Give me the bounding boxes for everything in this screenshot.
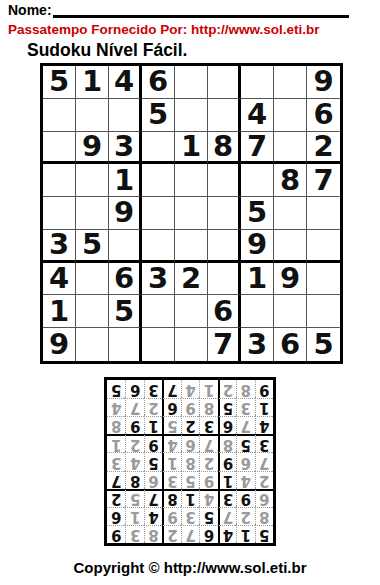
solution-cell-r3c6: 8 bbox=[162, 489, 180, 507]
puzzle-cell-r7c5: 2 bbox=[175, 263, 208, 296]
solution-cell-r7c4: 3 bbox=[199, 416, 217, 434]
puzzle-cell-r1c8 bbox=[274, 66, 307, 99]
solution-cell-r9c9: 5 bbox=[107, 380, 125, 398]
puzzle-cell-r5c3: 9 bbox=[109, 197, 142, 230]
puzzle-cell-r5c5 bbox=[175, 197, 208, 230]
solution-cell-r5c2: 6 bbox=[236, 452, 254, 470]
puzzle-cell-r3c5: 1 bbox=[175, 132, 208, 165]
puzzle-cell-r9c1: 9 bbox=[43, 328, 76, 361]
puzzle-cell-r1c2: 1 bbox=[76, 66, 109, 99]
solution-cell-r6c7: 9 bbox=[144, 434, 162, 452]
solution-cell-r2c3: 7 bbox=[218, 507, 236, 525]
puzzle-cell-r9c6: 7 bbox=[208, 328, 241, 361]
puzzle-cell-r8c8 bbox=[274, 295, 307, 328]
solution-cell-r8c4: 8 bbox=[199, 398, 217, 416]
puzzle-cell-r2c9: 6 bbox=[307, 99, 340, 132]
solution-cell-r7c3: 6 bbox=[218, 416, 236, 434]
puzzle-cell-r3c7: 7 bbox=[241, 132, 274, 165]
solution-cell-r3c5: 1 bbox=[181, 489, 199, 507]
puzzle-cell-r9c8: 6 bbox=[274, 328, 307, 361]
name-blank-line bbox=[53, 3, 349, 18]
puzzle-cell-r1c4: 6 bbox=[142, 66, 175, 99]
solution-cell-r1c9: 9 bbox=[107, 525, 125, 543]
puzzle-cell-r5c8 bbox=[274, 197, 307, 230]
puzzle-cell-r4c5 bbox=[175, 164, 208, 197]
puzzle-cell-r9c7: 3 bbox=[241, 328, 274, 361]
puzzle-cell-r4c8: 8 bbox=[274, 164, 307, 197]
puzzle-cell-r6c3 bbox=[109, 230, 142, 263]
puzzle-cell-r1c7 bbox=[241, 66, 274, 99]
solution-cell-r6c9: 1 bbox=[107, 434, 125, 452]
solution-cell-r1c3: 4 bbox=[218, 525, 236, 543]
puzzle-cell-r2c4: 5 bbox=[142, 99, 175, 132]
puzzle-cell-r5c2 bbox=[76, 197, 109, 230]
puzzle-cell-r6c7: 9 bbox=[241, 230, 274, 263]
puzzle-cell-r2c5 bbox=[175, 99, 208, 132]
puzzle-cell-r7c9 bbox=[307, 263, 340, 296]
puzzle-cell-r8c2 bbox=[76, 295, 109, 328]
puzzle-cell-r9c4 bbox=[142, 328, 175, 361]
solution-cell-r9c2: 8 bbox=[236, 380, 254, 398]
solution-cell-r4c1: 2 bbox=[255, 471, 273, 489]
puzzle-cell-r4c6 bbox=[208, 164, 241, 197]
name-field-row: Nome: bbox=[8, 2, 349, 18]
solution-cell-r2c9: 6 bbox=[107, 507, 125, 525]
puzzle-cell-r5c1 bbox=[43, 197, 76, 230]
puzzle-cell-r4c1 bbox=[43, 164, 76, 197]
solution-cell-r6c6: 4 bbox=[162, 434, 180, 452]
solution-cell-r8c1: 1 bbox=[255, 398, 273, 416]
puzzle-cell-r7c2 bbox=[76, 263, 109, 296]
solution-cell-r2c1: 8 bbox=[255, 507, 273, 525]
solution-cell-r4c3: 1 bbox=[218, 471, 236, 489]
solution-cell-r2c4: 5 bbox=[199, 507, 217, 525]
solution-cell-r2c5: 3 bbox=[181, 507, 199, 525]
solution-cell-r7c9: 8 bbox=[107, 416, 125, 434]
solution-cell-r6c4: 7 bbox=[199, 434, 217, 452]
solution-cell-r8c6: 6 bbox=[162, 398, 180, 416]
provided-by-text: Passatempo Fornecido Por: http://www.sol… bbox=[8, 22, 320, 37]
puzzle-cell-r6c2: 5 bbox=[76, 230, 109, 263]
puzzle-cell-r6c1: 3 bbox=[43, 230, 76, 263]
solution-cell-r4c7: 6 bbox=[144, 471, 162, 489]
solution-cell-r3c1: 6 bbox=[255, 489, 273, 507]
solution-cell-r8c5: 9 bbox=[181, 398, 199, 416]
puzzle-cell-r1c9: 9 bbox=[307, 66, 340, 99]
puzzle-cell-r2c7: 4 bbox=[241, 99, 274, 132]
puzzle-cell-r5c7: 5 bbox=[241, 197, 274, 230]
solution-cell-r5c1: 7 bbox=[255, 452, 273, 470]
puzzle-cell-r3c8 bbox=[274, 132, 307, 165]
puzzle-cell-r5c4 bbox=[142, 197, 175, 230]
solution-cell-r3c4: 4 bbox=[199, 489, 217, 507]
puzzle-cell-r9c9: 5 bbox=[307, 328, 340, 361]
solution-cell-r2c7: 4 bbox=[144, 507, 162, 525]
puzzle-cell-r3c9: 2 bbox=[307, 132, 340, 165]
solution-cell-r8c2: 3 bbox=[236, 398, 254, 416]
solution-cell-r1c4: 6 bbox=[199, 525, 217, 543]
solution-cell-r8c9: 4 bbox=[107, 398, 125, 416]
solution-cell-r9c7: 3 bbox=[144, 380, 162, 398]
solution-cell-r8c7: 2 bbox=[144, 398, 162, 416]
puzzle-cell-r9c5 bbox=[175, 328, 208, 361]
solution-cell-r4c6: 3 bbox=[162, 471, 180, 489]
solution-cell-r7c6: 5 bbox=[162, 416, 180, 434]
solution-cell-r1c6: 2 bbox=[162, 525, 180, 543]
puzzle-cell-r2c2 bbox=[76, 99, 109, 132]
solution-cell-r5c3: 9 bbox=[218, 452, 236, 470]
solution-cell-r5c4: 2 bbox=[199, 452, 217, 470]
puzzle-cell-r2c3 bbox=[109, 99, 142, 132]
puzzle-cell-r7c7: 1 bbox=[241, 263, 274, 296]
solution-cell-r8c8: 7 bbox=[125, 398, 143, 416]
puzzle-cell-r8c6: 6 bbox=[208, 295, 241, 328]
puzzle-cell-r4c3: 1 bbox=[109, 164, 142, 197]
solution-cell-r2c6: 9 bbox=[162, 507, 180, 525]
puzzle-cell-r2c1 bbox=[43, 99, 76, 132]
puzzle-cell-r1c5 bbox=[175, 66, 208, 99]
puzzle-cell-r4c2 bbox=[76, 164, 109, 197]
solution-cell-r5c7: 5 bbox=[144, 452, 162, 470]
solution-cell-r5c9: 3 bbox=[107, 452, 125, 470]
puzzle-cell-r7c8: 9 bbox=[274, 263, 307, 296]
puzzle-cell-r3c3: 3 bbox=[109, 132, 142, 165]
puzzle-cell-r7c3: 6 bbox=[109, 263, 142, 296]
solution-cell-r1c5: 7 bbox=[181, 525, 199, 543]
solution-cell-r1c1: 5 bbox=[255, 525, 273, 543]
solution-cell-r4c9: 7 bbox=[107, 471, 125, 489]
solution-cell-r1c7: 8 bbox=[144, 525, 162, 543]
solution-cell-r6c2: 5 bbox=[236, 434, 254, 452]
puzzle-cell-r1c1: 5 bbox=[43, 66, 76, 99]
puzzle-cell-r3c2: 9 bbox=[76, 132, 109, 165]
puzzle-cell-r5c9 bbox=[307, 197, 340, 230]
puzzle-cell-r8c3: 5 bbox=[109, 295, 142, 328]
solution-cell-r5c6: 1 bbox=[162, 452, 180, 470]
solution-cell-r3c9: 2 bbox=[107, 489, 125, 507]
puzzle-cell-r1c3: 4 bbox=[109, 66, 142, 99]
puzzle-cell-r4c4 bbox=[142, 164, 175, 197]
solution-cell-r3c7: 7 bbox=[144, 489, 162, 507]
puzzle-cell-r2c6 bbox=[208, 99, 241, 132]
solution-cell-r3c8: 5 bbox=[125, 489, 143, 507]
puzzle-cell-r8c7 bbox=[241, 295, 274, 328]
solution-cell-r7c5: 2 bbox=[181, 416, 199, 434]
puzzle-cell-r6c5 bbox=[175, 230, 208, 263]
solution-cell-r2c2: 2 bbox=[236, 507, 254, 525]
puzzle-cell-r8c1: 1 bbox=[43, 295, 76, 328]
puzzle-cell-r6c9 bbox=[307, 230, 340, 263]
puzzle-cell-r6c4 bbox=[142, 230, 175, 263]
solution-cell-r3c3: 3 bbox=[218, 489, 236, 507]
puzzle-cell-r4c7 bbox=[241, 164, 274, 197]
puzzle-cell-r9c3 bbox=[109, 328, 142, 361]
puzzle-cell-r3c4 bbox=[142, 132, 175, 165]
solution-cell-r4c4: 9 bbox=[199, 471, 217, 489]
solution-cell-r7c2: 7 bbox=[236, 416, 254, 434]
puzzle-cell-r5c6 bbox=[208, 197, 241, 230]
solution-cell-r7c8: 9 bbox=[125, 416, 143, 434]
solution-cell-r7c7: 1 bbox=[144, 416, 162, 434]
solution-cell-r9c4: 1 bbox=[199, 380, 217, 398]
copyright-text: Copyright © http://www.sol.eti.br bbox=[0, 559, 380, 576]
name-label: Nome: bbox=[8, 2, 52, 18]
solution-cell-r3c2: 9 bbox=[236, 489, 254, 507]
solution-cell-r1c2: 1 bbox=[236, 525, 254, 543]
puzzle-cell-r8c9 bbox=[307, 295, 340, 328]
solution-cell-r2c8: 1 bbox=[125, 507, 143, 525]
solution-cell-r9c6: 7 bbox=[162, 380, 180, 398]
puzzle-cell-r6c8 bbox=[274, 230, 307, 263]
solution-cell-r9c1: 9 bbox=[255, 380, 273, 398]
solution-cell-r6c3: 8 bbox=[218, 434, 236, 452]
solution-cell-r5c8: 4 bbox=[125, 452, 143, 470]
puzzle-cell-r2c8 bbox=[274, 99, 307, 132]
puzzle-grid: 514695469318721879535946321915697365 bbox=[40, 63, 343, 364]
solution-grid: 5146728398275394166934187522419536877692… bbox=[104, 377, 276, 546]
puzzle-cell-r3c1 bbox=[43, 132, 76, 165]
solution-cell-r9c8: 6 bbox=[125, 380, 143, 398]
puzzle-cell-r7c6 bbox=[208, 263, 241, 296]
solution-cell-r7c1: 4 bbox=[255, 416, 273, 434]
puzzle-cell-r3c6: 8 bbox=[208, 132, 241, 165]
solution-cell-r4c8: 8 bbox=[125, 471, 143, 489]
solution-cell-r5c5: 8 bbox=[181, 452, 199, 470]
solution-cell-r4c5: 5 bbox=[181, 471, 199, 489]
solution-cell-r6c1: 3 bbox=[255, 434, 273, 452]
solution-cell-r8c3: 5 bbox=[218, 398, 236, 416]
puzzle-cell-r6c6 bbox=[208, 230, 241, 263]
puzzle-cell-r9c2 bbox=[76, 328, 109, 361]
solution-cell-r9c5: 4 bbox=[181, 380, 199, 398]
page-title: Sudoku Nível Fácil. bbox=[27, 40, 187, 61]
solution-cell-r4c2: 4 bbox=[236, 471, 254, 489]
solution-cell-r6c8: 2 bbox=[125, 434, 143, 452]
puzzle-cell-r8c4 bbox=[142, 295, 175, 328]
solution-cell-r1c8: 3 bbox=[125, 525, 143, 543]
puzzle-cell-r4c9: 7 bbox=[307, 164, 340, 197]
solution-cell-r6c5: 6 bbox=[181, 434, 199, 452]
puzzle-cell-r7c4: 3 bbox=[142, 263, 175, 296]
puzzle-cell-r7c1: 4 bbox=[43, 263, 76, 296]
solution-cell-r9c3: 2 bbox=[218, 380, 236, 398]
puzzle-cell-r1c6 bbox=[208, 66, 241, 99]
puzzle-cell-r8c5 bbox=[175, 295, 208, 328]
